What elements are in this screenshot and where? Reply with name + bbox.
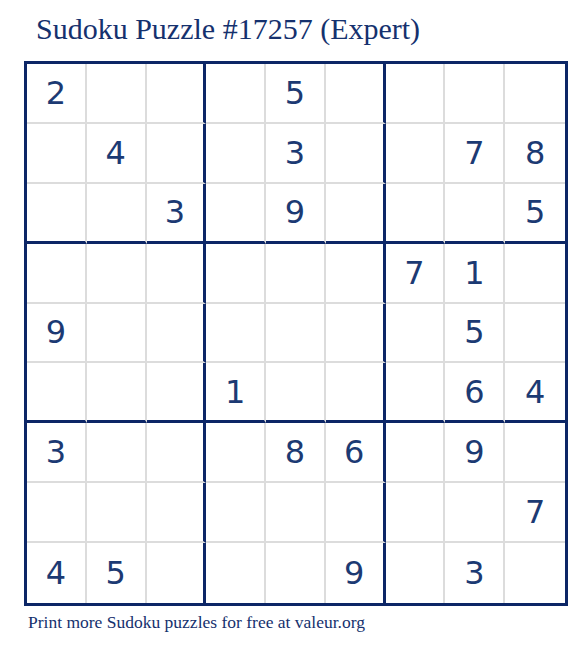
cell-r6c7[interactable] [386,363,446,423]
cell-r2c9[interactable]: 8 [505,124,565,184]
cell-r8c7[interactable] [386,483,446,543]
sudoku-board: 2543783957195164386974593 [24,61,568,606]
cell-r1c4[interactable] [206,64,266,124]
cell-r7c1[interactable]: 3 [27,423,87,483]
cell-r9c4[interactable] [206,543,266,603]
cell-r1c7[interactable] [386,64,446,124]
cell-r6c2[interactable] [87,363,147,423]
cell-r7c4[interactable] [206,423,266,483]
cell-r8c4[interactable] [206,483,266,543]
cell-r4c8[interactable]: 1 [445,244,505,304]
cell-r8c2[interactable] [87,483,147,543]
cell-r5c7[interactable] [386,304,446,364]
cell-r7c3[interactable] [147,423,207,483]
sudoku-page: Sudoku Puzzle #17257 (Expert) 2543783957… [0,0,580,651]
cell-r3c6[interactable] [326,184,386,244]
cell-r9c5[interactable] [266,543,326,603]
cell-r4c4[interactable] [206,244,266,304]
cell-r2c1[interactable] [27,124,87,184]
cell-r7c5[interactable]: 8 [266,423,326,483]
cell-r4c3[interactable] [147,244,207,304]
cell-r6c8[interactable]: 6 [445,363,505,423]
cell-r5c8[interactable]: 5 [445,304,505,364]
cell-r9c7[interactable] [386,543,446,603]
cell-r9c8[interactable]: 3 [445,543,505,603]
cell-r9c2[interactable]: 5 [87,543,147,603]
cell-r7c2[interactable] [87,423,147,483]
cell-r6c9[interactable]: 4 [505,363,565,423]
cell-r9c1[interactable]: 4 [27,543,87,603]
cell-r4c2[interactable] [87,244,147,304]
cell-r7c6[interactable]: 6 [326,423,386,483]
cell-r6c6[interactable] [326,363,386,423]
cell-r5c1[interactable]: 9 [27,304,87,364]
cell-r2c5[interactable]: 3 [266,124,326,184]
cell-r5c6[interactable] [326,304,386,364]
cell-r8c9[interactable]: 7 [505,483,565,543]
cell-r2c2[interactable]: 4 [87,124,147,184]
cell-r4c9[interactable] [505,244,565,304]
cell-r2c8[interactable]: 7 [445,124,505,184]
cell-r1c8[interactable] [445,64,505,124]
cell-r3c1[interactable] [27,184,87,244]
cell-r3c9[interactable]: 5 [505,184,565,244]
page-title: Sudoku Puzzle #17257 (Expert) [36,12,420,46]
cell-r4c1[interactable] [27,244,87,304]
cell-r4c6[interactable] [326,244,386,304]
cell-r6c5[interactable] [266,363,326,423]
cell-r7c9[interactable] [505,423,565,483]
cell-r3c5[interactable]: 9 [266,184,326,244]
cell-r4c5[interactable] [266,244,326,304]
cell-r6c3[interactable] [147,363,207,423]
cell-r2c4[interactable] [206,124,266,184]
cell-r1c5[interactable]: 5 [266,64,326,124]
cell-r6c4[interactable]: 1 [206,363,266,423]
cell-r3c3[interactable]: 3 [147,184,207,244]
cell-r8c3[interactable] [147,483,207,543]
cell-r2c3[interactable] [147,124,207,184]
cell-r9c3[interactable] [147,543,207,603]
cell-r5c9[interactable] [505,304,565,364]
cell-r2c7[interactable] [386,124,446,184]
cell-r1c3[interactable] [147,64,207,124]
cell-r8c5[interactable] [266,483,326,543]
footer-text: Print more Sudoku puzzles for free at va… [28,612,365,633]
cell-r5c3[interactable] [147,304,207,364]
cell-r1c2[interactable] [87,64,147,124]
cell-r1c9[interactable] [505,64,565,124]
cell-r5c2[interactable] [87,304,147,364]
cell-r7c7[interactable] [386,423,446,483]
cell-r7c8[interactable]: 9 [445,423,505,483]
cell-r6c1[interactable] [27,363,87,423]
cell-r3c8[interactable] [445,184,505,244]
cell-r8c8[interactable] [445,483,505,543]
cell-r8c6[interactable] [326,483,386,543]
cell-r1c1[interactable]: 2 [27,64,87,124]
cell-r1c6[interactable] [326,64,386,124]
cell-r5c4[interactable] [206,304,266,364]
cell-r9c9[interactable] [505,543,565,603]
cell-r3c2[interactable] [87,184,147,244]
cell-r2c6[interactable] [326,124,386,184]
cell-r3c7[interactable] [386,184,446,244]
cell-r5c5[interactable] [266,304,326,364]
cell-r4c7[interactable]: 7 [386,244,446,304]
cell-r3c4[interactable] [206,184,266,244]
cell-r9c6[interactable]: 9 [326,543,386,603]
cell-r8c1[interactable] [27,483,87,543]
